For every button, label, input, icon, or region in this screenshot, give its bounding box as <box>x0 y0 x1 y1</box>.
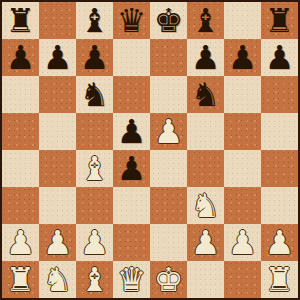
square-g6[interactable] <box>224 76 261 113</box>
black-bishop-c8[interactable]: ♝ <box>80 2 110 39</box>
square-f3[interactable]: ♞ <box>187 187 224 224</box>
square-a4[interactable] <box>2 150 39 187</box>
chess-board: ♜♝♛♚♝♜♟♟♟♟♟♟♞♞♟♟♝♟♞♟♟♟♟♟♟♜♞♝♛♚♜ <box>0 0 300 300</box>
square-e3[interactable] <box>150 187 187 224</box>
square-c6[interactable]: ♞ <box>76 76 113 113</box>
square-c5[interactable] <box>76 113 113 150</box>
white-pawn-e5[interactable]: ♟ <box>154 113 184 150</box>
white-bishop-c4[interactable]: ♝ <box>80 150 110 187</box>
square-d3[interactable] <box>113 187 150 224</box>
black-rook-h8[interactable]: ♜ <box>265 2 295 39</box>
black-rook-a8[interactable]: ♜ <box>6 2 36 39</box>
square-e8[interactable]: ♚ <box>150 2 187 39</box>
square-a8[interactable]: ♜ <box>2 2 39 39</box>
square-d6[interactable] <box>113 76 150 113</box>
square-c1[interactable]: ♝ <box>76 261 113 298</box>
square-e4[interactable] <box>150 150 187 187</box>
square-c8[interactable]: ♝ <box>76 2 113 39</box>
square-g4[interactable] <box>224 150 261 187</box>
square-h5[interactable] <box>261 113 298 150</box>
white-queen-d1[interactable]: ♛ <box>117 261 147 298</box>
square-a1[interactable]: ♜ <box>2 261 39 298</box>
square-a7[interactable]: ♟ <box>2 39 39 76</box>
square-a6[interactable] <box>2 76 39 113</box>
white-pawn-h2[interactable]: ♟ <box>265 224 295 261</box>
square-d8[interactable]: ♛ <box>113 2 150 39</box>
square-d2[interactable] <box>113 224 150 261</box>
square-h7[interactable]: ♟ <box>261 39 298 76</box>
square-h4[interactable] <box>261 150 298 187</box>
square-f1[interactable] <box>187 261 224 298</box>
white-king-e1[interactable]: ♚ <box>154 261 184 298</box>
square-f4[interactable] <box>187 150 224 187</box>
white-knight-b1[interactable]: ♞ <box>43 261 73 298</box>
square-a3[interactable] <box>2 187 39 224</box>
black-pawn-c7[interactable]: ♟ <box>80 39 110 76</box>
square-b2[interactable]: ♟ <box>39 224 76 261</box>
square-g8[interactable] <box>224 2 261 39</box>
square-g5[interactable] <box>224 113 261 150</box>
black-knight-c6[interactable]: ♞ <box>80 76 110 113</box>
black-knight-f6[interactable]: ♞ <box>191 76 221 113</box>
square-d5[interactable]: ♟ <box>113 113 150 150</box>
square-c3[interactable] <box>76 187 113 224</box>
black-pawn-d5[interactable]: ♟ <box>117 113 147 150</box>
square-e1[interactable]: ♚ <box>150 261 187 298</box>
white-pawn-b2[interactable]: ♟ <box>43 224 73 261</box>
square-c2[interactable]: ♟ <box>76 224 113 261</box>
white-bishop-c1[interactable]: ♝ <box>80 261 110 298</box>
square-b8[interactable] <box>39 2 76 39</box>
square-b5[interactable] <box>39 113 76 150</box>
square-f7[interactable]: ♟ <box>187 39 224 76</box>
black-pawn-b7[interactable]: ♟ <box>43 39 73 76</box>
square-f2[interactable]: ♟ <box>187 224 224 261</box>
square-h8[interactable]: ♜ <box>261 2 298 39</box>
square-f5[interactable] <box>187 113 224 150</box>
square-a2[interactable]: ♟ <box>2 224 39 261</box>
square-b4[interactable] <box>39 150 76 187</box>
square-a5[interactable] <box>2 113 39 150</box>
square-e5[interactable]: ♟ <box>150 113 187 150</box>
black-king-e8[interactable]: ♚ <box>154 2 184 39</box>
square-e7[interactable] <box>150 39 187 76</box>
white-knight-f3[interactable]: ♞ <box>191 187 221 224</box>
black-pawn-f7[interactable]: ♟ <box>191 39 221 76</box>
square-g2[interactable]: ♟ <box>224 224 261 261</box>
square-g1[interactable] <box>224 261 261 298</box>
black-pawn-a7[interactable]: ♟ <box>6 39 36 76</box>
black-queen-d8[interactable]: ♛ <box>117 2 147 39</box>
square-g7[interactable]: ♟ <box>224 39 261 76</box>
black-pawn-h7[interactable]: ♟ <box>265 39 295 76</box>
square-b6[interactable] <box>39 76 76 113</box>
square-e2[interactable] <box>150 224 187 261</box>
square-d1[interactable]: ♛ <box>113 261 150 298</box>
square-f6[interactable]: ♞ <box>187 76 224 113</box>
square-b3[interactable] <box>39 187 76 224</box>
white-rook-a1[interactable]: ♜ <box>6 261 36 298</box>
white-pawn-f2[interactable]: ♟ <box>191 224 221 261</box>
square-d4[interactable]: ♟ <box>113 150 150 187</box>
black-pawn-d4[interactable]: ♟ <box>117 150 147 187</box>
square-f8[interactable]: ♝ <box>187 2 224 39</box>
square-h2[interactable]: ♟ <box>261 224 298 261</box>
square-h3[interactable] <box>261 187 298 224</box>
square-c7[interactable]: ♟ <box>76 39 113 76</box>
square-b1[interactable]: ♞ <box>39 261 76 298</box>
white-pawn-c2[interactable]: ♟ <box>80 224 110 261</box>
black-pawn-g7[interactable]: ♟ <box>228 39 258 76</box>
square-h6[interactable] <box>261 76 298 113</box>
chess-board-grid: ♜♝♛♚♝♜♟♟♟♟♟♟♞♞♟♟♝♟♞♟♟♟♟♟♟♜♞♝♛♚♜ <box>2 2 298 298</box>
square-d7[interactable] <box>113 39 150 76</box>
white-pawn-a2[interactable]: ♟ <box>6 224 36 261</box>
square-b7[interactable]: ♟ <box>39 39 76 76</box>
square-e6[interactable] <box>150 76 187 113</box>
square-h1[interactable]: ♜ <box>261 261 298 298</box>
white-pawn-g2[interactable]: ♟ <box>228 224 258 261</box>
square-c4[interactable]: ♝ <box>76 150 113 187</box>
white-rook-h1[interactable]: ♜ <box>265 261 295 298</box>
black-bishop-f8[interactable]: ♝ <box>191 2 221 39</box>
square-g3[interactable] <box>224 187 261 224</box>
